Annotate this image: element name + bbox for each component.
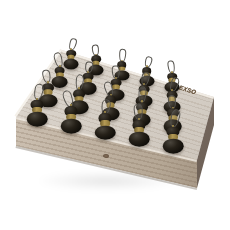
holder-base xyxy=(95,125,116,140)
holder-base xyxy=(64,59,79,70)
holder-base xyxy=(61,118,82,133)
holder-base xyxy=(27,112,48,127)
holder-base xyxy=(129,132,150,147)
product-photo: EXSO xyxy=(0,0,230,230)
holder-base xyxy=(163,139,184,154)
